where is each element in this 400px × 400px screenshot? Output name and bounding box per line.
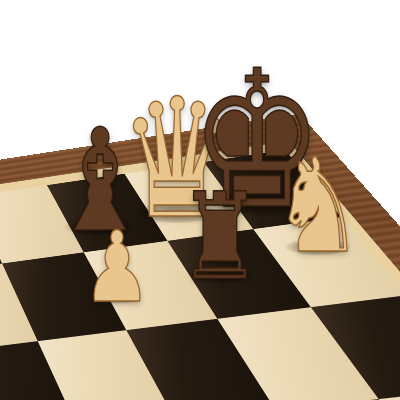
chess-board [0, 114, 400, 400]
board-squares [0, 150, 400, 400]
chess-product-photo: ♝♛♚♟♜♞ [0, 0, 400, 400]
